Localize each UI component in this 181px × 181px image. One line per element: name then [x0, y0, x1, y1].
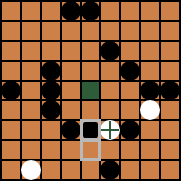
- cell-r1c5[interactable]: [101, 22, 119, 40]
- black-stone[interactable]: [140, 81, 160, 101]
- cell-r2c8[interactable]: [161, 42, 179, 60]
- cell-r5c3[interactable]: [62, 101, 80, 119]
- black-stone[interactable]: [61, 1, 81, 21]
- cell-r5c2[interactable]: [42, 101, 60, 119]
- black-stone[interactable]: [81, 1, 101, 21]
- cell-r4c6[interactable]: [121, 82, 139, 100]
- cell-r2c6[interactable]: [121, 42, 139, 60]
- cell-r0c5[interactable]: [101, 2, 119, 20]
- cell-r4c7[interactable]: [141, 82, 159, 100]
- cell-r7c3[interactable]: [62, 141, 80, 159]
- cell-r3c6[interactable]: [121, 62, 139, 80]
- black-stone[interactable]: [100, 41, 120, 61]
- white-stone[interactable]: [140, 100, 160, 120]
- cell-r2c0[interactable]: [2, 42, 20, 60]
- cell-r7c1[interactable]: [22, 141, 40, 159]
- cell-r2c3[interactable]: [62, 42, 80, 60]
- cell-r1c4[interactable]: [82, 22, 100, 40]
- cell-r8c6[interactable]: [121, 161, 139, 179]
- black-stone[interactable]: [81, 120, 101, 140]
- cell-r0c4[interactable]: [82, 2, 100, 20]
- cell-r8c4[interactable]: [82, 161, 100, 179]
- cell-r1c6[interactable]: [121, 22, 139, 40]
- cell-r3c7[interactable]: [141, 62, 159, 80]
- cell-r1c7[interactable]: [141, 22, 159, 40]
- cell-r0c2[interactable]: [42, 2, 60, 20]
- cell-r4c3[interactable]: [62, 82, 80, 100]
- cell-r8c1[interactable]: [22, 161, 40, 179]
- cell-r6c0[interactable]: [2, 121, 20, 139]
- cell-r6c4[interactable]: [82, 121, 100, 139]
- cell-r4c5[interactable]: [101, 82, 119, 100]
- cell-r8c0[interactable]: [2, 161, 20, 179]
- cell-r3c1[interactable]: [22, 62, 40, 80]
- cell-r7c0[interactable]: [2, 141, 20, 159]
- cell-r2c5[interactable]: [101, 42, 119, 60]
- cell-r8c8[interactable]: [161, 161, 179, 179]
- white-stone[interactable]: [21, 160, 41, 180]
- cell-r3c8[interactable]: [161, 62, 179, 80]
- black-stone[interactable]: [120, 61, 140, 81]
- cell-r3c4[interactable]: [82, 62, 100, 80]
- cell-r8c5[interactable]: [101, 161, 119, 179]
- cell-r7c8[interactable]: [161, 141, 179, 159]
- cell-r1c8[interactable]: [161, 22, 179, 40]
- king-cross-icon: [101, 129, 119, 131]
- cell-r6c2[interactable]: [42, 121, 60, 139]
- cell-r2c2[interactable]: [42, 42, 60, 60]
- cell-r6c8[interactable]: [161, 121, 179, 139]
- cell-r0c1[interactable]: [22, 2, 40, 20]
- cell-r7c4[interactable]: [82, 141, 100, 159]
- cell-r1c3[interactable]: [62, 22, 80, 40]
- move-highlight: [80, 139, 102, 161]
- cell-r1c2[interactable]: [42, 22, 60, 40]
- cell-r0c3[interactable]: [62, 2, 80, 20]
- cell-r3c3[interactable]: [62, 62, 80, 80]
- cell-r2c1[interactable]: [22, 42, 40, 60]
- cell-r6c6[interactable]: [121, 121, 139, 139]
- cell-r1c0[interactable]: [2, 22, 20, 40]
- cell-r0c7[interactable]: [141, 2, 159, 20]
- cell-r4c8[interactable]: [161, 82, 179, 100]
- cell-r5c0[interactable]: [2, 101, 20, 119]
- cell-r8c3[interactable]: [62, 161, 80, 179]
- cell-r5c4[interactable]: [82, 101, 100, 119]
- cell-r3c2[interactable]: [42, 62, 60, 80]
- black-stone[interactable]: [61, 120, 81, 140]
- black-stone[interactable]: [120, 120, 140, 140]
- cell-r4c0[interactable]: [2, 82, 20, 100]
- cell-r4c2[interactable]: [42, 82, 60, 100]
- cell-r5c7[interactable]: [141, 101, 159, 119]
- throne-cell[interactable]: [82, 82, 100, 100]
- black-stone[interactable]: [160, 81, 180, 101]
- cell-r2c7[interactable]: [141, 42, 159, 60]
- cell-r6c5[interactable]: [101, 121, 119, 139]
- cell-r5c1[interactable]: [22, 101, 40, 119]
- cell-r6c3[interactable]: [62, 121, 80, 139]
- cell-r7c5[interactable]: [101, 141, 119, 159]
- black-stone[interactable]: [41, 100, 61, 120]
- cell-r8c7[interactable]: [141, 161, 159, 179]
- cell-r0c8[interactable]: [161, 2, 179, 20]
- cell-r3c5[interactable]: [101, 62, 119, 80]
- cell-r6c7[interactable]: [141, 121, 159, 139]
- cell-r0c0[interactable]: [2, 2, 20, 20]
- cell-r7c6[interactable]: [121, 141, 139, 159]
- cell-r6c1[interactable]: [22, 121, 40, 139]
- black-stone[interactable]: [41, 81, 61, 101]
- cell-r4c1[interactable]: [22, 82, 40, 100]
- tablut-board: [0, 0, 181, 181]
- cell-r1c1[interactable]: [22, 22, 40, 40]
- cell-r5c5[interactable]: [101, 101, 119, 119]
- cell-r5c8[interactable]: [161, 101, 179, 119]
- black-stone[interactable]: [1, 81, 21, 101]
- cell-r7c2[interactable]: [42, 141, 60, 159]
- black-stone[interactable]: [100, 160, 120, 180]
- cell-r0c6[interactable]: [121, 2, 139, 20]
- cell-r7c7[interactable]: [141, 141, 159, 159]
- cell-r8c2[interactable]: [42, 161, 60, 179]
- cell-r5c6[interactable]: [121, 101, 139, 119]
- cell-r3c0[interactable]: [2, 62, 20, 80]
- black-stone[interactable]: [41, 61, 61, 81]
- cell-r2c4[interactable]: [82, 42, 100, 60]
